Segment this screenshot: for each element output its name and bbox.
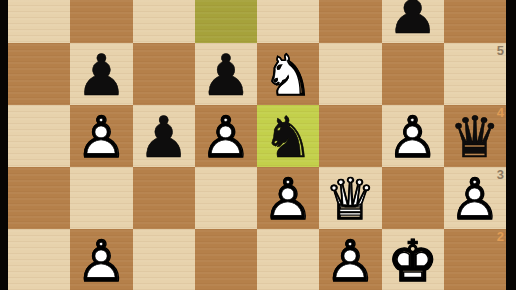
rank-label-4: 4 — [497, 105, 504, 120]
square-e5[interactable]: ♞♘ — [257, 43, 319, 105]
white-king[interactable]: ♚♔ — [382, 229, 444, 290]
square-h5[interactable]: 5 — [444, 43, 506, 105]
rank-label-2: 2 — [497, 229, 504, 244]
square-c6[interactable] — [133, 0, 195, 43]
square-c2[interactable] — [133, 229, 195, 290]
square-d2[interactable] — [195, 229, 257, 290]
square-b2[interactable]: ♟♙ — [70, 229, 132, 290]
video-frame: ♟♟♟♞♘5♟♙♟♟♙♞♟♙4♛♟♙♛♕3♟♙♟♙♟♙♚♔2 — [0, 0, 516, 290]
white-knight[interactable]: ♞♘ — [257, 43, 319, 105]
square-f6[interactable] — [319, 0, 381, 43]
square-h6[interactable] — [444, 0, 506, 43]
square-f5[interactable] — [319, 43, 381, 105]
square-g3[interactable] — [382, 167, 444, 229]
white-pawn[interactable]: ♟♙ — [319, 229, 381, 290]
square-a4[interactable] — [8, 105, 70, 167]
square-e2[interactable] — [257, 229, 319, 290]
square-e4[interactable]: ♞ — [257, 105, 319, 167]
square-c3[interactable] — [133, 167, 195, 229]
square-g6[interactable]: ♟ — [382, 0, 444, 43]
white-pawn[interactable]: ♟♙ — [70, 105, 132, 167]
white-queen[interactable]: ♛♕ — [319, 167, 381, 229]
chess-board: ♟♟♟♞♘5♟♙♟♟♙♞♟♙4♛♟♙♛♕3♟♙♟♙♟♙♚♔2 — [8, 0, 506, 290]
square-b3[interactable] — [70, 167, 132, 229]
square-d5[interactable]: ♟ — [195, 43, 257, 105]
square-h4[interactable]: 4♛ — [444, 105, 506, 167]
square-f3[interactable]: ♛♕ — [319, 167, 381, 229]
square-h3[interactable]: 3♟♙ — [444, 167, 506, 229]
square-g4[interactable]: ♟♙ — [382, 105, 444, 167]
square-d3[interactable] — [195, 167, 257, 229]
square-d4[interactable]: ♟♙ — [195, 105, 257, 167]
rank-label-3: 3 — [497, 167, 504, 182]
square-e3[interactable]: ♟♙ — [257, 167, 319, 229]
square-e6[interactable] — [257, 0, 319, 43]
square-a3[interactable] — [8, 167, 70, 229]
square-f2[interactable]: ♟♙ — [319, 229, 381, 290]
square-d6[interactable] — [195, 0, 257, 43]
white-pawn[interactable]: ♟♙ — [195, 105, 257, 167]
square-a5[interactable] — [8, 43, 70, 105]
square-h2[interactable]: 2 — [444, 229, 506, 290]
black-pawn[interactable]: ♟ — [133, 105, 195, 167]
square-a2[interactable] — [8, 229, 70, 290]
white-pawn[interactable]: ♟♙ — [382, 105, 444, 167]
white-pawn[interactable]: ♟♙ — [257, 167, 319, 229]
rank-label-5: 5 — [497, 43, 504, 58]
letterbox-right — [506, 0, 516, 290]
square-c5[interactable] — [133, 43, 195, 105]
black-pawn[interactable]: ♟ — [382, 0, 444, 43]
square-b6[interactable] — [70, 0, 132, 43]
square-b5[interactable]: ♟ — [70, 43, 132, 105]
square-f4[interactable] — [319, 105, 381, 167]
black-pawn[interactable]: ♟ — [195, 43, 257, 105]
square-g2[interactable]: ♚♔ — [382, 229, 444, 290]
square-a6[interactable] — [8, 0, 70, 43]
white-pawn[interactable]: ♟♙ — [70, 229, 132, 290]
square-c4[interactable]: ♟ — [133, 105, 195, 167]
letterbox-left — [0, 0, 8, 290]
square-b4[interactable]: ♟♙ — [70, 105, 132, 167]
black-knight[interactable]: ♞ — [257, 105, 319, 167]
square-g5[interactable] — [382, 43, 444, 105]
black-pawn[interactable]: ♟ — [70, 43, 132, 105]
